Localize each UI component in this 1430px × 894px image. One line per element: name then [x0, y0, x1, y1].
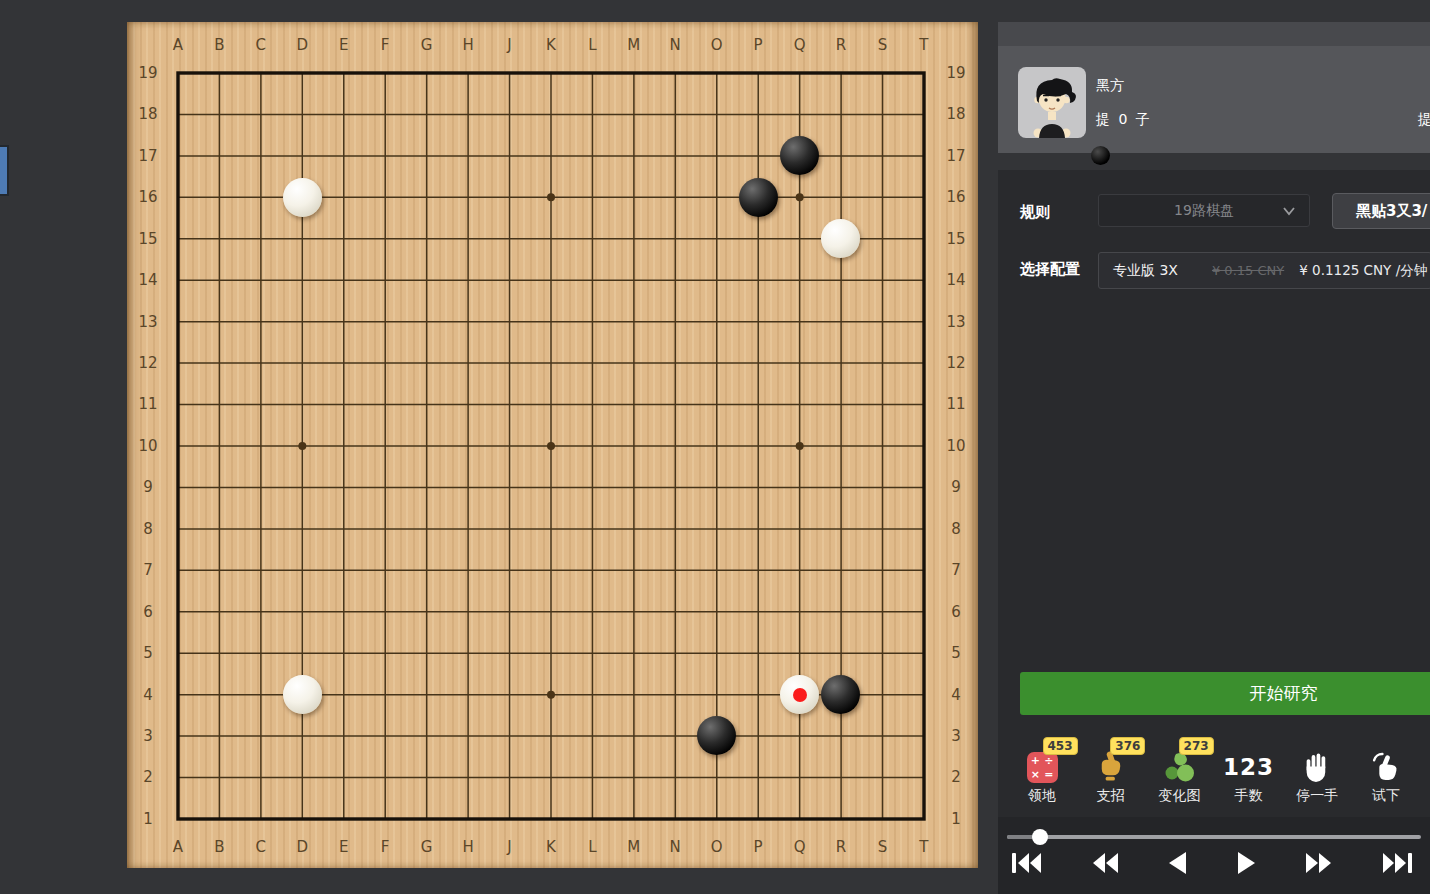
black-stone-badge: [1091, 146, 1110, 165]
btn-first-move[interactable]: [1012, 852, 1042, 874]
move-numbers-icon: 123: [1223, 752, 1274, 783]
step-back-icon: [1168, 851, 1187, 875]
skip-end-icon: [1382, 852, 1412, 874]
territory-calculator-icon: +÷×=: [1027, 752, 1058, 783]
opponent-captures-partial: 提: [1418, 111, 1430, 129]
avatar: [1018, 67, 1086, 138]
btn-last-move[interactable]: [1382, 852, 1412, 874]
app-root: ABCDEFGHJKLMNOPQRST ABCDEFGHJKLMNOPQRST …: [0, 0, 1430, 894]
tool-variation[interactable]: 273 变化图: [1150, 745, 1210, 805]
player-card: 黑方 提 0 子 提: [998, 46, 1430, 153]
rewind-icon: [1092, 852, 1119, 874]
last-move-marker: [793, 688, 807, 702]
stone-grid[interactable]: [157, 52, 944, 839]
stone-black-O3: [697, 716, 736, 755]
tool-pass[interactable]: 停一手: [1287, 745, 1347, 805]
komi-label: 黑贴3又3/: [1356, 202, 1427, 221]
tool-territory[interactable]: +÷×= 453 领地: [1012, 745, 1072, 805]
stone-black-P16: [739, 178, 778, 217]
tool-label: 手数: [1234, 787, 1262, 805]
plan-name: 专业版 3X: [1113, 262, 1178, 280]
move-slider[interactable]: [1007, 829, 1421, 845]
rules-label: 规则: [1020, 203, 1050, 222]
fast-forward-icon: [1305, 852, 1332, 874]
tool-hint[interactable]: 376 支招: [1081, 745, 1141, 805]
config-label: 选择配置: [1020, 260, 1080, 279]
stone-white-D16: [283, 178, 322, 217]
playback-controls: [1012, 851, 1412, 875]
tool-label: 领地: [1028, 787, 1056, 805]
btn-rewind[interactable]: [1092, 852, 1119, 874]
stone-white-R15: [821, 219, 860, 258]
try-move-hand-icon: [1371, 752, 1400, 783]
slider-thumb[interactable]: [1032, 829, 1048, 845]
transport-bar: [998, 817, 1430, 894]
stone-white-Q4: [780, 675, 819, 714]
stone-white-D4: [283, 675, 322, 714]
territory-badge: 453: [1043, 737, 1078, 755]
stone-black-R4: [821, 675, 860, 714]
board-type-value: 19路棋盘: [1174, 202, 1234, 220]
panel-body: 规则 19路棋盘 黑贴3又3/ 选择配置 专业版 3X ¥ 0.15 CNY ¥…: [998, 170, 1430, 817]
right-panel: 黑方 提 0 子 提 规则 19路棋盘 黑贴3又3/ 选择配置 专业版 3X ¥…: [998, 0, 1430, 894]
hint-badge: 376: [1110, 737, 1145, 755]
variation-badge: 273: [1179, 737, 1214, 755]
tool-label: 变化图: [1159, 787, 1201, 805]
pass-hand-icon: [1304, 752, 1331, 783]
slider-track[interactable]: [1007, 835, 1421, 839]
player-name: 黑方: [1096, 77, 1124, 95]
avatar-illustration: [1018, 67, 1086, 138]
btn-fast-forward[interactable]: [1305, 852, 1332, 874]
tool-label: 停一手: [1296, 787, 1338, 805]
variation-diagram-icon: [1163, 751, 1197, 783]
player-captures: 提 0 子: [1096, 111, 1152, 129]
btn-step-back[interactable]: [1168, 851, 1187, 875]
chevron-down-icon: [1283, 207, 1295, 216]
plan-old-price: ¥ 0.15 CNY: [1212, 263, 1284, 278]
tool-try-move[interactable]: 试下: [1356, 745, 1416, 805]
tool-move-numbers[interactable]: 123 手数: [1218, 745, 1278, 805]
btn-step-forward[interactable]: [1237, 851, 1256, 875]
skip-start-icon: [1012, 852, 1042, 874]
start-research-button[interactable]: 开始研究: [1020, 672, 1430, 715]
komi-button[interactable]: 黑贴3又3/: [1332, 193, 1430, 229]
plan-price: ¥ 0.1125 CNY /分钟: [1299, 262, 1427, 280]
go-board[interactable]: ABCDEFGHJKLMNOPQRST ABCDEFGHJKLMNOPQRST …: [127, 22, 978, 868]
config-plan-box[interactable]: 专业版 3X ¥ 0.15 CNY ¥ 0.1125 CNY /分钟: [1098, 252, 1430, 289]
tool-label: 试下: [1372, 787, 1400, 805]
collapsed-side-tab[interactable]: [0, 145, 9, 196]
toolbar: +÷×= 453 领地 376: [1012, 745, 1416, 805]
stone-black-Q17: [780, 136, 819, 175]
board-type-select[interactable]: 19路棋盘: [1098, 194, 1310, 227]
tool-label: 支招: [1097, 787, 1125, 805]
panel-top-bar: [998, 22, 1430, 46]
step-forward-icon: [1237, 851, 1256, 875]
